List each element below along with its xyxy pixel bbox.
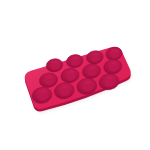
muffin-pan-image	[0, 0, 150, 150]
product-photo	[0, 0, 150, 150]
